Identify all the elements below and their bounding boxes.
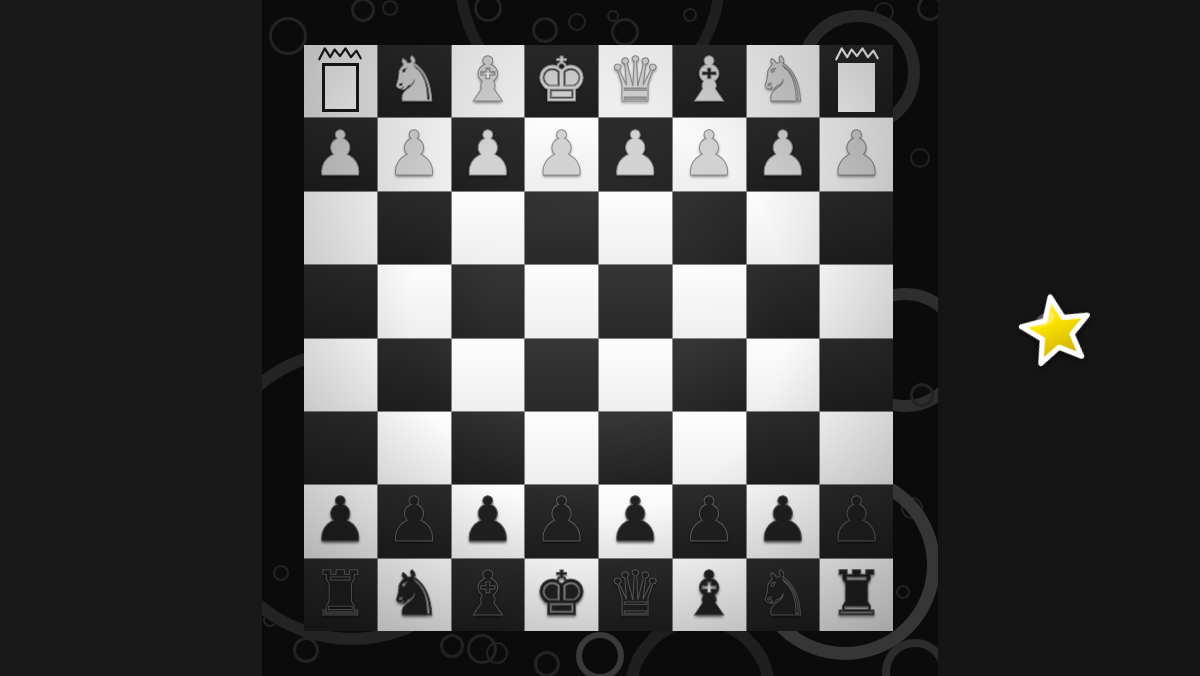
square-a5[interactable]: [820, 339, 893, 411]
square-h6[interactable]: [304, 412, 377, 484]
decor-ring: [917, 0, 938, 21]
square-g1[interactable]: ♞: [378, 45, 451, 117]
square-g6[interactable]: [378, 412, 451, 484]
square-b7[interactable]: ♟: [747, 485, 820, 557]
square-a4[interactable]: [820, 265, 893, 337]
decor-ring: [263, 613, 277, 627]
square-g4[interactable]: [378, 265, 451, 337]
decor-ring: [896, 585, 910, 599]
square-a1[interactable]: [820, 45, 893, 117]
square-a3[interactable]: [820, 192, 893, 264]
star-icon: [1005, 279, 1107, 381]
square-e8[interactable]: ♚: [525, 559, 598, 631]
black-bishop[interactable]: ♝: [681, 563, 737, 625]
square-d3[interactable]: [599, 192, 672, 264]
square-g2[interactable]: ♟: [378, 118, 451, 190]
decor-ring: [611, 18, 639, 46]
square-d4[interactable]: [599, 265, 672, 337]
black-rook[interactable]: ♜: [313, 563, 369, 625]
black-knight[interactable]: ♞: [386, 563, 442, 625]
white-pawn[interactable]: ♟: [313, 123, 369, 185]
square-e6[interactable]: [525, 412, 598, 484]
decor-ring: [273, 565, 289, 581]
decor-ring: [568, 13, 586, 31]
square-c6[interactable]: [673, 412, 746, 484]
square-b6[interactable]: [747, 412, 820, 484]
white-pawn[interactable]: ♟: [829, 123, 885, 185]
square-h4[interactable]: [304, 265, 377, 337]
square-a6[interactable]: [820, 412, 893, 484]
square-h2[interactable]: ♟: [304, 118, 377, 190]
white-pawn[interactable]: ♟: [534, 123, 590, 185]
square-a7[interactable]: ♟: [820, 485, 893, 557]
square-e7[interactable]: ♟: [525, 485, 598, 557]
white-pawn[interactable]: ♟: [681, 123, 737, 185]
game-play-area: ♞♝♚♛♝♞♟♟♟♟♟♟♟♟♟♟♟♟♟♟♟♟♜♞♝♚♛♝♞♜: [262, 0, 938, 676]
square-b4[interactable]: [747, 265, 820, 337]
square-f7[interactable]: ♟: [452, 485, 525, 557]
square-b5[interactable]: [747, 339, 820, 411]
square-e1[interactable]: ♚: [525, 45, 598, 117]
white-pawn[interactable]: ♟: [460, 123, 516, 185]
square-d5[interactable]: [599, 339, 672, 411]
square-f3[interactable]: [452, 192, 525, 264]
square-b2[interactable]: ♟: [747, 118, 820, 190]
scribble-battlement: [833, 45, 881, 63]
square-h1[interactable]: [304, 45, 377, 117]
square-e2[interactable]: ♟: [525, 118, 598, 190]
decor-ring: [293, 637, 319, 663]
decor-ring: [576, 632, 624, 676]
black-pawn[interactable]: ♟: [755, 489, 811, 551]
square-f5[interactable]: [452, 339, 525, 411]
white-knight[interactable]: ♞: [386, 49, 442, 111]
square-g7[interactable]: ♟: [378, 485, 451, 557]
left-background-panel: [0, 0, 263, 676]
square-c5[interactable]: [673, 339, 746, 411]
black-king[interactable]: ♚: [534, 563, 590, 625]
white-bishop[interactable]: ♝: [460, 49, 516, 111]
square-c8[interactable]: ♝: [673, 559, 746, 631]
white-rook-glitched[interactable]: [304, 45, 377, 117]
decor-ring: [607, 10, 619, 22]
black-pawn[interactable]: ♟: [386, 489, 442, 551]
square-h7[interactable]: ♟: [304, 485, 377, 557]
square-g5[interactable]: [378, 339, 451, 411]
decor-ring: [351, 0, 375, 22]
white-king[interactable]: ♚: [534, 49, 590, 111]
square-c3[interactable]: [673, 192, 746, 264]
square-d7[interactable]: ♟: [599, 485, 672, 557]
white-pawn[interactable]: ♟: [608, 123, 664, 185]
square-f8[interactable]: ♝: [452, 559, 525, 631]
decor-ring: [683, 8, 697, 22]
decor-ring: [874, 2, 894, 22]
decor-ring: [532, 17, 558, 43]
square-f2[interactable]: ♟: [452, 118, 525, 190]
star-shape: [1017, 291, 1094, 365]
square-e3[interactable]: [525, 192, 598, 264]
scribble-battlement: [316, 45, 364, 63]
square-f6[interactable]: [452, 412, 525, 484]
square-a2[interactable]: ♟: [820, 118, 893, 190]
square-f1[interactable]: ♝: [452, 45, 525, 117]
black-pawn[interactable]: ♟: [313, 489, 369, 551]
square-d6[interactable]: [599, 412, 672, 484]
black-pawn[interactable]: ♟: [460, 489, 516, 551]
square-g3[interactable]: [378, 192, 451, 264]
black-queen[interactable]: ♛: [608, 563, 664, 625]
decor-ring: [534, 651, 560, 676]
white-pawn[interactable]: ♟: [386, 123, 442, 185]
square-h3[interactable]: [304, 192, 377, 264]
square-b3[interactable]: [747, 192, 820, 264]
white-pawn[interactable]: ♟: [755, 123, 811, 185]
black-pawn[interactable]: ♟: [681, 489, 737, 551]
decor-ring: [382, 0, 398, 16]
square-c4[interactable]: [673, 265, 746, 337]
square-c1[interactable]: ♝: [673, 45, 746, 117]
decor-ring: [486, 642, 508, 664]
decor-ring: [910, 148, 930, 168]
black-knight[interactable]: ♞: [755, 563, 811, 625]
square-d8[interactable]: ♛: [599, 559, 672, 631]
square-g8[interactable]: ♞: [378, 559, 451, 631]
white-bishop[interactable]: ♝: [681, 49, 737, 111]
square-e5[interactable]: [525, 339, 598, 411]
square-h5[interactable]: [304, 339, 377, 411]
rook-body-rectangle: [322, 63, 359, 113]
white-rook-glitched[interactable]: [820, 45, 893, 117]
square-a8[interactable]: ♜: [820, 559, 893, 631]
square-c7[interactable]: ♟: [673, 485, 746, 557]
square-f4[interactable]: [452, 265, 525, 337]
square-b1[interactable]: ♞: [747, 45, 820, 117]
square-b8[interactable]: ♞: [747, 559, 820, 631]
white-queen[interactable]: ♛: [608, 49, 664, 111]
square-c2[interactable]: ♟: [673, 118, 746, 190]
rook-body-rectangle: [838, 63, 875, 113]
black-rook[interactable]: ♜: [829, 563, 885, 625]
decor-ring: [269, 17, 307, 55]
square-h8[interactable]: ♜: [304, 559, 377, 631]
square-d2[interactable]: ♟: [599, 118, 672, 190]
black-pawn[interactable]: ♟: [608, 489, 664, 551]
chess-board[interactable]: ♞♝♚♛♝♞♟♟♟♟♟♟♟♟♟♟♟♟♟♟♟♟♜♞♝♚♛♝♞♜: [304, 45, 893, 631]
square-d1[interactable]: ♛: [599, 45, 672, 117]
decor-ring: [910, 383, 934, 407]
decor-ring: [440, 634, 464, 658]
square-e4[interactable]: [525, 265, 598, 337]
black-pawn[interactable]: ♟: [534, 489, 590, 551]
black-bishop[interactable]: ♝: [460, 563, 516, 625]
white-knight[interactable]: ♞: [755, 49, 811, 111]
black-pawn[interactable]: ♟: [829, 489, 885, 551]
